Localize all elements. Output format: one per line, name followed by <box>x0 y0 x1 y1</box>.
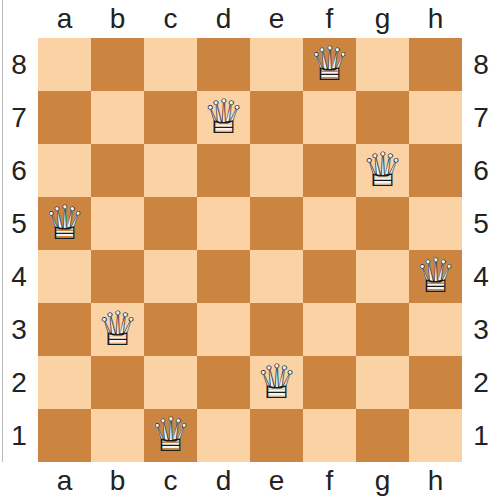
square-a8 <box>38 38 91 91</box>
square-e5 <box>250 197 303 250</box>
square-c5 <box>144 197 197 250</box>
square-a5: ♛♕ <box>38 197 91 250</box>
square-b1 <box>91 409 144 462</box>
top-file-label-d: d <box>197 0 250 38</box>
right-rank-label-7: 7 <box>462 91 500 144</box>
white-queen-piece-f8: ♛♕ <box>303 38 356 91</box>
square-a7 <box>38 91 91 144</box>
square-e8 <box>250 38 303 91</box>
square-h4: ♛♕ <box>409 250 462 303</box>
bottom-file-label-h: h <box>409 462 462 500</box>
square-h1 <box>409 409 462 462</box>
square-f3 <box>303 303 356 356</box>
square-b2 <box>91 356 144 409</box>
square-g5 <box>356 197 409 250</box>
square-c1: ♛♕ <box>144 409 197 462</box>
square-a4 <box>38 250 91 303</box>
square-f7 <box>303 91 356 144</box>
square-b7 <box>91 91 144 144</box>
square-f6 <box>303 144 356 197</box>
top-file-label-c: c <box>144 0 197 38</box>
eight-queens-diagram: abcdefgh8♛♕87♛♕76♛♕65♛♕54♛♕43♛♕32♛♕21♛♕1… <box>0 0 500 500</box>
square-g6: ♛♕ <box>356 144 409 197</box>
square-e7 <box>250 91 303 144</box>
square-g2 <box>356 356 409 409</box>
square-a2 <box>38 356 91 409</box>
white-queen-piece-a5: ♛♕ <box>38 197 91 250</box>
square-d5 <box>197 197 250 250</box>
right-rank-label-3: 3 <box>462 303 500 356</box>
square-h2 <box>409 356 462 409</box>
corner-spacer <box>462 462 500 500</box>
right-rank-label-8: 8 <box>462 38 500 91</box>
square-e4 <box>250 250 303 303</box>
square-b5 <box>91 197 144 250</box>
right-rank-label-1: 1 <box>462 409 500 462</box>
white-queen-outline-glyph: ♕ <box>38 197 91 250</box>
bottom-file-label-f: f <box>303 462 356 500</box>
square-g4 <box>356 250 409 303</box>
white-queen-piece-g6: ♛♕ <box>356 144 409 197</box>
corner-spacer <box>462 0 500 38</box>
square-c2 <box>144 356 197 409</box>
corner-spacer <box>0 462 38 500</box>
left-rank-label-7: 7 <box>0 91 38 144</box>
white-queen-outline-glyph: ♕ <box>144 409 197 462</box>
square-f4 <box>303 250 356 303</box>
square-c8 <box>144 38 197 91</box>
white-queen-piece-h4: ♛♕ <box>409 250 462 303</box>
white-queen-outline-glyph: ♕ <box>409 250 462 303</box>
top-file-label-g: g <box>356 0 409 38</box>
square-h3 <box>409 303 462 356</box>
left-rank-label-2: 2 <box>0 356 38 409</box>
square-c6 <box>144 144 197 197</box>
right-rank-label-5: 5 <box>462 197 500 250</box>
square-f5 <box>303 197 356 250</box>
square-b3: ♛♕ <box>91 303 144 356</box>
square-d1 <box>197 409 250 462</box>
square-g7 <box>356 91 409 144</box>
square-g8 <box>356 38 409 91</box>
square-c4 <box>144 250 197 303</box>
bottom-file-label-b: b <box>91 462 144 500</box>
white-queen-outline-glyph: ♕ <box>303 38 356 91</box>
square-d2 <box>197 356 250 409</box>
square-h6 <box>409 144 462 197</box>
square-e1 <box>250 409 303 462</box>
square-d7: ♛♕ <box>197 91 250 144</box>
top-file-label-f: f <box>303 0 356 38</box>
square-h8 <box>409 38 462 91</box>
square-h5 <box>409 197 462 250</box>
left-rank-label-6: 6 <box>0 144 38 197</box>
right-rank-label-4: 4 <box>462 250 500 303</box>
square-g3 <box>356 303 409 356</box>
square-h7 <box>409 91 462 144</box>
square-d4 <box>197 250 250 303</box>
square-f1 <box>303 409 356 462</box>
square-a3 <box>38 303 91 356</box>
square-c7 <box>144 91 197 144</box>
square-e3 <box>250 303 303 356</box>
white-queen-outline-glyph: ♕ <box>91 303 144 356</box>
corner-spacer <box>0 0 38 38</box>
square-d6 <box>197 144 250 197</box>
bottom-file-label-c: c <box>144 462 197 500</box>
square-b6 <box>91 144 144 197</box>
square-f2 <box>303 356 356 409</box>
left-rank-label-1: 1 <box>0 409 38 462</box>
chessboard: abcdefgh8♛♕87♛♕76♛♕65♛♕54♛♕43♛♕32♛♕21♛♕1… <box>0 0 500 500</box>
white-queen-piece-c1: ♛♕ <box>144 409 197 462</box>
square-c3 <box>144 303 197 356</box>
white-queen-piece-b3: ♛♕ <box>91 303 144 356</box>
white-queen-outline-glyph: ♕ <box>197 91 250 144</box>
square-f8: ♛♕ <box>303 38 356 91</box>
top-file-label-a: a <box>38 0 91 38</box>
square-a1 <box>38 409 91 462</box>
square-b8 <box>91 38 144 91</box>
right-rank-label-2: 2 <box>462 356 500 409</box>
square-e6 <box>250 144 303 197</box>
square-e2: ♛♕ <box>250 356 303 409</box>
left-rank-label-3: 3 <box>0 303 38 356</box>
white-queen-piece-d7: ♛♕ <box>197 91 250 144</box>
white-queen-outline-glyph: ♕ <box>250 356 303 409</box>
left-rank-label-4: 4 <box>0 250 38 303</box>
bottom-file-label-g: g <box>356 462 409 500</box>
top-file-label-b: b <box>91 0 144 38</box>
square-d3 <box>197 303 250 356</box>
square-g1 <box>356 409 409 462</box>
square-d8 <box>197 38 250 91</box>
left-rank-label-5: 5 <box>0 197 38 250</box>
square-a6 <box>38 144 91 197</box>
bottom-file-label-d: d <box>197 462 250 500</box>
right-rank-label-6: 6 <box>462 144 500 197</box>
white-queen-piece-e2: ♛♕ <box>250 356 303 409</box>
white-queen-outline-glyph: ♕ <box>356 144 409 197</box>
square-b4 <box>91 250 144 303</box>
top-file-label-e: e <box>250 0 303 38</box>
left-rank-label-8: 8 <box>0 38 38 91</box>
top-file-label-h: h <box>409 0 462 38</box>
bottom-file-label-a: a <box>38 462 91 500</box>
bottom-file-label-e: e <box>250 462 303 500</box>
